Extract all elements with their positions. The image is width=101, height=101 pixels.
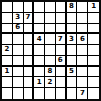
cell-r3c9[interactable]	[88, 24, 99, 35]
cell-r1c6[interactable]	[56, 2, 67, 13]
cell-r3c3[interactable]	[24, 24, 35, 35]
cell-r9c1[interactable]	[2, 88, 13, 99]
cell-r7c7[interactable]: 5	[67, 67, 78, 78]
cell-r6c7[interactable]	[67, 56, 78, 67]
cell-r8c3[interactable]	[24, 77, 35, 88]
cell-r1c9[interactable]: 1	[88, 2, 99, 13]
cell-r4c2[interactable]	[13, 34, 24, 45]
cell-r6c3[interactable]	[24, 56, 35, 67]
cell-r7c4[interactable]	[34, 67, 45, 78]
cell-r3c2[interactable]: 6	[13, 24, 24, 35]
cell-r4c9[interactable]	[88, 34, 99, 45]
cell-r7c8[interactable]	[77, 67, 88, 78]
cell-r4c3[interactable]	[24, 34, 35, 45]
cell-r8c5[interactable]: 2	[45, 77, 56, 88]
cell-r7c6[interactable]	[56, 67, 67, 78]
cell-r6c4[interactable]	[34, 56, 45, 67]
cell-r8c2[interactable]	[13, 77, 24, 88]
cell-r1c1[interactable]	[2, 2, 13, 13]
cell-r1c2[interactable]	[13, 2, 24, 13]
cell-r9c9[interactable]	[88, 88, 99, 99]
cell-r1c7[interactable]: 8	[67, 2, 78, 13]
cell-r4c8[interactable]: 6	[77, 34, 88, 45]
cell-r9c3[interactable]	[24, 88, 35, 99]
cell-r7c9[interactable]	[88, 67, 99, 78]
cell-r9c5[interactable]	[45, 88, 56, 99]
cell-r8c6[interactable]	[56, 77, 67, 88]
cell-r6c9[interactable]	[88, 56, 99, 67]
cell-r2c3[interactable]: 7	[24, 13, 35, 24]
cell-r6c5[interactable]	[45, 56, 56, 67]
cell-r3c8[interactable]	[77, 24, 88, 35]
cell-r9c2[interactable]	[13, 88, 24, 99]
cell-r5c8[interactable]	[77, 45, 88, 56]
cell-r8c4[interactable]: 1	[34, 77, 45, 88]
cell-r2c5[interactable]	[45, 13, 56, 24]
cell-r3c6[interactable]	[56, 24, 67, 35]
cell-r9c4[interactable]	[34, 88, 45, 99]
cell-r4c7[interactable]: 3	[67, 34, 78, 45]
cell-r4c5[interactable]	[45, 34, 56, 45]
cell-r5c6[interactable]	[56, 45, 67, 56]
cell-r7c3[interactable]	[24, 67, 35, 78]
cell-r5c4[interactable]	[34, 45, 45, 56]
cell-r7c1[interactable]: 1	[2, 67, 13, 78]
cell-r2c6[interactable]	[56, 13, 67, 24]
cell-r1c8[interactable]	[77, 2, 88, 13]
cell-r3c5[interactable]	[45, 24, 56, 35]
cell-r3c7[interactable]	[67, 24, 78, 35]
cell-r2c7[interactable]	[67, 13, 78, 24]
cell-r5c9[interactable]	[88, 45, 99, 56]
cell-r1c3[interactable]	[24, 2, 35, 13]
cell-r8c1[interactable]	[2, 77, 13, 88]
cell-r5c2[interactable]	[13, 45, 24, 56]
cell-r5c3[interactable]	[24, 45, 35, 56]
cell-r1c5[interactable]	[45, 2, 56, 13]
cell-r2c9[interactable]	[88, 13, 99, 24]
cell-r2c8[interactable]	[77, 13, 88, 24]
cell-r6c6[interactable]: 6	[56, 56, 67, 67]
cell-r8c8[interactable]	[77, 77, 88, 88]
cell-r9c8[interactable]: 7	[77, 88, 88, 99]
cell-r5c5[interactable]	[45, 45, 56, 56]
cell-r6c1[interactable]	[2, 56, 13, 67]
cell-r7c2[interactable]	[13, 67, 24, 78]
cell-r5c7[interactable]	[67, 45, 78, 56]
cell-r2c2[interactable]: 3	[13, 13, 24, 24]
sudoku-app: 81376473626185127	[0, 0, 101, 101]
cell-r6c2[interactable]	[13, 56, 24, 67]
cell-r2c4[interactable]	[34, 13, 45, 24]
cell-r4c1[interactable]	[2, 34, 13, 45]
sudoku-board: 81376473626185127	[0, 0, 101, 101]
cell-r8c9[interactable]	[88, 77, 99, 88]
cell-r6c8[interactable]	[77, 56, 88, 67]
cell-r7c5[interactable]: 8	[45, 67, 56, 78]
cell-r4c4[interactable]: 4	[34, 34, 45, 45]
cell-r3c4[interactable]	[34, 24, 45, 35]
cell-r2c1[interactable]	[2, 13, 13, 24]
cell-r3c1[interactable]	[2, 24, 13, 35]
cell-r4c6[interactable]: 7	[56, 34, 67, 45]
cell-r1c4[interactable]	[34, 2, 45, 13]
cell-r5c1[interactable]: 2	[2, 45, 13, 56]
cell-r8c7[interactable]	[67, 77, 78, 88]
cell-r9c7[interactable]	[67, 88, 78, 99]
cell-r9c6[interactable]	[56, 88, 67, 99]
